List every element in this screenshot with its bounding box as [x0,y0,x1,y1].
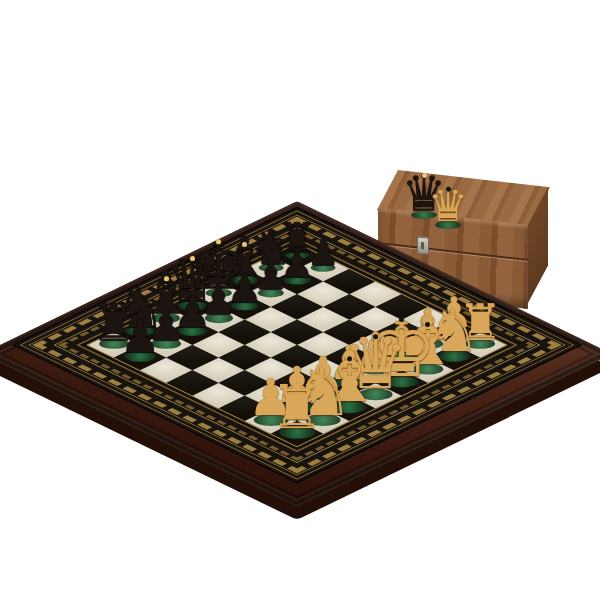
product-photo-chess-set: ♛ ♛ ♜♞♝♛♚♝♞♜♟♟♟♟♟♟♟♟♟♟♟♟♟♟♟♟♜♞♝♛♚♝♞♜ [0,0,600,600]
finial-dot [446,187,451,192]
finial-dot [422,173,427,178]
box-clasp-icon [417,236,429,254]
queen-glyph: ♛ [403,183,493,228]
